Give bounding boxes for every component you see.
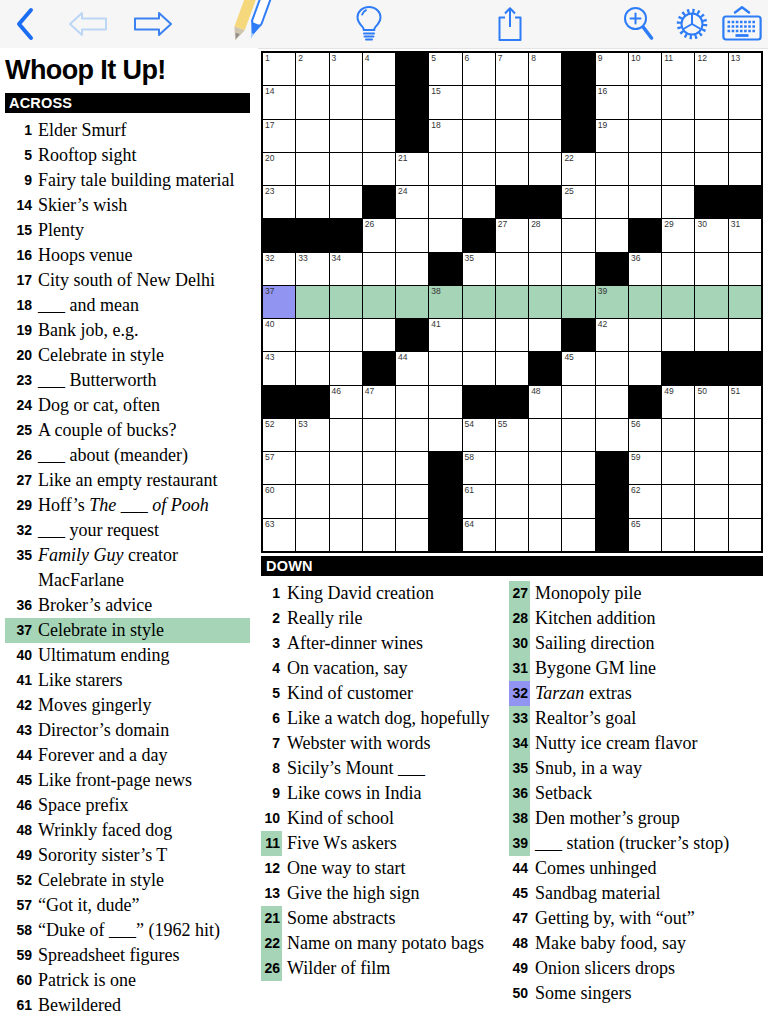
clue-number: 49 (509, 956, 530, 981)
clue-down-30[interactable]: 30Sailing direction (509, 631, 763, 656)
clue-down-4[interactable]: 4On vacation, say (261, 656, 509, 681)
clue-across-52[interactable]: 52Celebrate in style (5, 868, 250, 893)
cell-r7c10[interactable] (562, 253, 594, 285)
cell-r13c5[interactable] (396, 452, 428, 484)
clue-down-12[interactable]: 12One way to start (261, 856, 509, 881)
clue-down-1[interactable]: 1King David creation (261, 581, 509, 606)
cell-r15c12[interactable]: 65 (629, 519, 661, 551)
cell-r7c4[interactable] (363, 253, 395, 285)
cell-r2c2[interactable] (296, 86, 328, 118)
cell-r1c9[interactable]: 8 (529, 53, 561, 85)
share-button[interactable] (494, 0, 526, 48)
clue-down-38[interactable]: 38Den mother’s group (509, 806, 763, 831)
cell-r3c11[interactable]: 19 (596, 120, 628, 152)
clue-text: Snub, in a way (535, 756, 763, 781)
cell-r15c5[interactable] (396, 519, 428, 551)
cell-r9c1[interactable]: 40 (263, 319, 295, 351)
cell-r1c3[interactable]: 3 (330, 53, 362, 85)
cell-r8c7[interactable] (463, 286, 495, 318)
cell-number: 21 (398, 154, 407, 163)
cell-r7c8[interactable] (496, 253, 528, 285)
zoom-button[interactable] (620, 0, 658, 48)
clue-text: Sailing direction (535, 631, 763, 656)
cell-r10c1[interactable]: 43 (263, 352, 295, 384)
clue-down-10[interactable]: 10Kind of school (261, 806, 509, 831)
cell-r8c11[interactable]: 39 (596, 286, 628, 318)
cell-r2c13[interactable] (662, 86, 694, 118)
cell-r12c1[interactable]: 52 (263, 419, 295, 451)
clue-number: 27 (5, 468, 32, 493)
cell-r7c7[interactable]: 35 (463, 253, 495, 285)
clue-across-20[interactable]: 20Celebrate in style (5, 343, 250, 368)
cell-r7c9[interactable] (529, 253, 561, 285)
clue-text: Like cows in India (287, 781, 509, 806)
cell-r4c8[interactable] (496, 153, 528, 185)
cell-r10c11[interactable] (596, 352, 628, 384)
cell-r4c12[interactable] (629, 153, 661, 185)
cell-r13c13[interactable] (662, 452, 694, 484)
cell-r6c13[interactable]: 29 (662, 219, 694, 251)
cell-r11c13[interactable]: 49 (662, 386, 694, 418)
cell-number: 31 (731, 220, 740, 229)
cell-r12c7[interactable]: 54 (463, 419, 495, 451)
cell-r11c10[interactable] (562, 386, 594, 418)
cell-r3c1[interactable]: 17 (263, 120, 295, 152)
clue-text: Sandbag material (535, 881, 763, 906)
cell-r4c13[interactable] (662, 153, 694, 185)
clue-across-1[interactable]: 1Elder Smurf (5, 118, 250, 143)
clue-down-48[interactable]: 48Make baby food, say (509, 931, 763, 956)
clue-down-11[interactable]: 11Five Ws askers (261, 831, 509, 856)
cell-r11c4[interactable]: 47 (363, 386, 395, 418)
cell-r13c10[interactable] (562, 452, 594, 484)
cell-r1c4[interactable]: 4 (363, 53, 395, 85)
cell-r9c14[interactable] (695, 319, 727, 351)
clue-text: Den mother’s group (535, 806, 763, 831)
cell-r4c1[interactable]: 20 (263, 153, 295, 185)
cell-r15c8[interactable] (496, 519, 528, 551)
clue-down-31[interactable]: 31Bygone GM line (509, 656, 763, 681)
cell-r3c13[interactable] (662, 120, 694, 152)
cell-r7c15[interactable] (729, 253, 761, 285)
cell-r3c9[interactable] (529, 120, 561, 152)
cell-r6c9[interactable]: 28 (529, 219, 561, 251)
cell-r10c3[interactable] (330, 352, 362, 384)
cell-r13c4[interactable] (363, 452, 395, 484)
cell-number: 57 (265, 453, 274, 462)
cell-r9c7[interactable] (463, 319, 495, 351)
cell-r11c15[interactable]: 51 (729, 386, 761, 418)
cell-r2c6[interactable]: 15 (429, 86, 461, 118)
cell-r3c14[interactable] (695, 120, 727, 152)
clue-across-58[interactable]: 58“Duke of ___” (1962 hit) (5, 918, 250, 943)
cell-r9c11[interactable]: 42 (596, 319, 628, 351)
cell-r2c8[interactable] (496, 86, 528, 118)
cell-r11c6[interactable] (429, 386, 461, 418)
clue-number: 12 (261, 856, 282, 881)
cell-r4c10[interactable]: 22 (562, 153, 594, 185)
cell-r12c4[interactable] (363, 419, 395, 451)
clue-across-25[interactable]: 25A couple of bucks? (5, 418, 250, 443)
cell-r13c9[interactable] (529, 452, 561, 484)
clue-across-48[interactable]: 48Wrinkly faced dog (5, 818, 250, 843)
pencil-pair-icon (227, 0, 273, 47)
cell-r13c2[interactable] (296, 452, 328, 484)
cell-r15c7[interactable]: 64 (463, 519, 495, 551)
cell-r12c5[interactable] (396, 419, 428, 451)
cell-r4c3[interactable] (330, 153, 362, 185)
clue-across-57[interactable]: 57“Got it, dude” (5, 893, 250, 918)
cell-r10c7[interactable] (463, 352, 495, 384)
clue-down-13[interactable]: 13Give the high sign (261, 881, 509, 906)
black-square (629, 386, 661, 418)
cell-r4c2[interactable] (296, 153, 328, 185)
cell-r14c10[interactable] (562, 485, 594, 517)
cell-r15c10[interactable] (562, 519, 594, 551)
cell-r5c6[interactable] (429, 186, 461, 218)
cell-r10c8[interactable] (496, 352, 528, 384)
cell-r13c14[interactable] (695, 452, 727, 484)
cell-r14c7[interactable]: 61 (463, 485, 495, 517)
clue-number: 26 (261, 956, 282, 981)
cell-r8c8[interactable] (496, 286, 528, 318)
clue-across-42[interactable]: 42Moves gingerly (5, 693, 250, 718)
black-square (695, 186, 727, 218)
clue-across-41[interactable]: 41Like starers (5, 668, 250, 693)
cell-r8c14[interactable] (695, 286, 727, 318)
cell-r14c12[interactable]: 62 (629, 485, 661, 517)
black-square (562, 53, 594, 85)
cell-r8c15[interactable] (729, 286, 761, 318)
cell-r5c5[interactable]: 24 (396, 186, 428, 218)
cell-r15c4[interactable] (363, 519, 395, 551)
cell-r2c14[interactable] (695, 86, 727, 118)
cell-r6c10[interactable] (562, 219, 594, 251)
cell-r11c11[interactable] (596, 386, 628, 418)
cell-r4c5[interactable]: 21 (396, 153, 428, 185)
cell-r2c11[interactable]: 16 (596, 86, 628, 118)
cell-r5c11[interactable] (596, 186, 628, 218)
clue-down-32[interactable]: 32Tarzan extras (509, 681, 763, 706)
cell-r5c1[interactable]: 23 (263, 186, 295, 218)
cell-r7c13[interactable] (662, 253, 694, 285)
clue-down-36[interactable]: 36Setback (509, 781, 763, 806)
cell-r8c4[interactable] (363, 286, 395, 318)
clue-across-60[interactable]: 60Patrick is one (5, 968, 250, 993)
clue-across-15[interactable]: 15Plenty (5, 218, 250, 243)
cell-r8c3[interactable] (330, 286, 362, 318)
cell-r1c12[interactable]: 10 (629, 53, 661, 85)
clue-number: 58 (5, 918, 32, 943)
clue-across-43[interactable]: 43Director’s domain (5, 718, 250, 743)
clue-across-19[interactable]: 19Bank job, e.g. (5, 318, 250, 343)
cell-r3c12[interactable] (629, 120, 661, 152)
clue-across-59[interactable]: 59Spreadsheet figures (5, 943, 250, 968)
cell-r11c9[interactable]: 48 (529, 386, 561, 418)
redo-button[interactable] (131, 0, 175, 48)
cell-r4c7[interactable] (463, 153, 495, 185)
cell-r14c3[interactable] (330, 485, 362, 517)
clue-down-9[interactable]: 9Like cows in India (261, 781, 509, 806)
cell-r4c15[interactable] (729, 153, 761, 185)
clue-down-33[interactable]: 33Realtor’s goal (509, 706, 763, 731)
clue-across-24[interactable]: 24Dog or cat, often (5, 393, 250, 418)
cell-r8c10[interactable] (562, 286, 594, 318)
cell-r2c15[interactable] (729, 86, 761, 118)
cell-r1c14[interactable]: 12 (695, 53, 727, 85)
cell-r7c14[interactable] (695, 253, 727, 285)
cell-r3c6[interactable]: 18 (429, 120, 461, 152)
keyboard-button[interactable] (720, 0, 764, 48)
cell-r14c14[interactable] (695, 485, 727, 517)
hint-button[interactable] (352, 0, 386, 48)
cell-r12c13[interactable] (662, 419, 694, 451)
cell-r15c3[interactable] (330, 519, 362, 551)
clue-across-49[interactable]: 49Sorority sister’s T (5, 843, 250, 868)
cell-r14c2[interactable] (296, 485, 328, 517)
cell-r1c2[interactable]: 2 (296, 53, 328, 85)
black-square (529, 186, 561, 218)
clue-across-26[interactable]: 26___ about (meander) (5, 443, 250, 468)
cell-r12c11[interactable] (596, 419, 628, 451)
cell-r13c1[interactable]: 57 (263, 452, 295, 484)
cell-r9c13[interactable] (662, 319, 694, 351)
cell-r7c3[interactable]: 34 (330, 253, 362, 285)
cell-r12c10[interactable] (562, 419, 594, 451)
clue-across-5[interactable]: 5Rooftop sight (5, 143, 250, 168)
clue-across-40[interactable]: 40Ultimatum ending (5, 643, 250, 668)
cell-r5c12[interactable] (629, 186, 661, 218)
clue-number: 61 (5, 993, 32, 1018)
cell-r6c6[interactable] (429, 219, 461, 251)
cell-r1c1[interactable]: 1 (263, 53, 295, 85)
undo-button[interactable] (66, 0, 110, 48)
cell-r12c14[interactable] (695, 419, 727, 451)
cell-r4c6[interactable] (429, 153, 461, 185)
clue-across-17[interactable]: 17City south of New Delhi (5, 268, 250, 293)
clue-number: 42 (5, 693, 32, 718)
cell-r2c9[interactable] (529, 86, 561, 118)
clue-text: Five Ws askers (287, 831, 509, 856)
clue-down-34[interactable]: 34Nutty ice cream flavor (509, 731, 763, 756)
clue-across-36[interactable]: 36Broker’s advice (5, 593, 250, 618)
cell-r12c3[interactable] (330, 419, 362, 451)
cell-r1c6[interactable]: 5 (429, 53, 461, 85)
cell-r12c2[interactable]: 53 (296, 419, 328, 451)
cell-r15c13[interactable] (662, 519, 694, 551)
clue-down-47[interactable]: 47Getting by, with “out” (509, 906, 763, 931)
cell-r12c15[interactable] (729, 419, 761, 451)
clue-down-35[interactable]: 35Snub, in a way (509, 756, 763, 781)
cell-r1c15[interactable]: 13 (729, 53, 761, 85)
clue-across-46[interactable]: 46Space prefix (5, 793, 250, 818)
cell-r9c15[interactable] (729, 319, 761, 351)
clue-down-28[interactable]: 28Kitchen addition (509, 606, 763, 631)
cell-r1c7[interactable]: 6 (463, 53, 495, 85)
cell-r3c8[interactable] (496, 120, 528, 152)
cell-r15c15[interactable] (729, 519, 761, 551)
cell-r7c12[interactable]: 36 (629, 253, 661, 285)
back-button[interactable] (10, 0, 40, 48)
cell-r14c9[interactable] (529, 485, 561, 517)
clue-across-29[interactable]: 29Hoff’s The ___ of Pooh (5, 493, 250, 518)
cell-r1c8[interactable]: 7 (496, 53, 528, 85)
cell-r3c7[interactable] (463, 120, 495, 152)
cell-r2c3[interactable] (330, 86, 362, 118)
clue-across-18[interactable]: 18___ and mean (5, 293, 250, 318)
cell-r11c14[interactable]: 50 (695, 386, 727, 418)
black-square (429, 485, 461, 517)
cell-r9c2[interactable] (296, 319, 328, 351)
cell-r11c5[interactable] (396, 386, 428, 418)
cell-r10c2[interactable] (296, 352, 328, 384)
clue-number: 34 (509, 731, 530, 756)
settings-button[interactable] (671, 0, 713, 48)
cell-r10c5[interactable]: 44 (396, 352, 428, 384)
clue-down-2[interactable]: 2Really rile (261, 606, 509, 631)
cell-r2c4[interactable] (363, 86, 395, 118)
cell-r9c4[interactable] (363, 319, 395, 351)
cell-r9c3[interactable] (330, 319, 362, 351)
cell-r10c10[interactable]: 45 (562, 352, 594, 384)
cell-r4c4[interactable] (363, 153, 395, 185)
cell-r14c15[interactable] (729, 485, 761, 517)
clue-across-16[interactable]: 16Hoops venue (5, 243, 250, 268)
cell-r2c7[interactable] (463, 86, 495, 118)
pencil-button[interactable] (226, 0, 274, 48)
cell-r14c4[interactable] (363, 485, 395, 517)
clue-down-49[interactable]: 49Onion slicers drops (509, 956, 763, 981)
clue-down-27[interactable]: 27Monopoly pile (509, 581, 763, 606)
cell-number: 19 (598, 121, 607, 130)
clue-across-32[interactable]: 32___ your request (5, 518, 250, 543)
cell-r6c11[interactable] (596, 219, 628, 251)
cell-r9c8[interactable] (496, 319, 528, 351)
cell-r2c1[interactable]: 14 (263, 86, 295, 118)
clue-down-5[interactable]: 5Kind of customer (261, 681, 509, 706)
clue-text: Forever and a day (38, 743, 250, 768)
clue-across-27[interactable]: 27Like an empty restaurant (5, 468, 250, 493)
clue-down-3[interactable]: 3After-dinner wines (261, 631, 509, 656)
cell-r13c3[interactable] (330, 452, 362, 484)
cell-r5c13[interactable] (662, 186, 694, 218)
cell-r14c1[interactable]: 60 (263, 485, 295, 517)
cell-r3c3[interactable] (330, 120, 362, 152)
clue-down-7[interactable]: 7Webster with words (261, 731, 509, 756)
cell-r7c2[interactable]: 33 (296, 253, 328, 285)
cell-r1c11[interactable]: 9 (596, 53, 628, 85)
clue-down-21[interactable]: 21Some abstracts (261, 906, 509, 931)
cell-r13c15[interactable] (729, 452, 761, 484)
cell-r1c13[interactable]: 11 (662, 53, 694, 85)
cell-r8c12[interactable] (629, 286, 661, 318)
cell-r14c8[interactable] (496, 485, 528, 517)
black-square (396, 53, 428, 85)
cell-r15c14[interactable] (695, 519, 727, 551)
clue-text: Setback (535, 781, 763, 806)
cell-r5c7[interactable] (463, 186, 495, 218)
cell-r8c1[interactable]: 37 (263, 286, 295, 318)
clue-text: City south of New Delhi (38, 268, 250, 293)
cell-r12c8[interactable]: 55 (496, 419, 528, 451)
cell-r6c15[interactable]: 31 (729, 219, 761, 251)
cell-r8c2[interactable] (296, 286, 328, 318)
cell-r7c1[interactable]: 32 (263, 253, 295, 285)
clue-down-26[interactable]: 26Wilder of film (261, 956, 509, 981)
cell-number: 14 (265, 87, 274, 96)
cell-r6c8[interactable]: 27 (496, 219, 528, 251)
cell-r3c15[interactable] (729, 120, 761, 152)
cell-r4c14[interactable] (695, 153, 727, 185)
cell-r8c13[interactable] (662, 286, 694, 318)
clue-across-37[interactable]: 37Celebrate in style (5, 618, 250, 643)
cell-r3c4[interactable] (363, 120, 395, 152)
cell-r12c9[interactable] (529, 419, 561, 451)
cell-number: 48 (531, 387, 540, 396)
clue-down-6[interactable]: 6Like a watch dog, hopefully (261, 706, 509, 731)
clue-across-9[interactable]: 9Fairy tale building material (5, 168, 250, 193)
cell-r6c5[interactable] (396, 219, 428, 251)
cell-r7c5[interactable] (396, 253, 428, 285)
cell-r13c7[interactable]: 58 (463, 452, 495, 484)
down-clue-list-left: 1King David creation2Really rile3After-d… (261, 581, 509, 1006)
cell-r12c12[interactable]: 56 (629, 419, 661, 451)
cell-r14c5[interactable] (396, 485, 428, 517)
cell-r15c2[interactable] (296, 519, 328, 551)
cell-r13c8[interactable] (496, 452, 528, 484)
cell-r13c12[interactable]: 59 (629, 452, 661, 484)
cell-r9c12[interactable] (629, 319, 661, 351)
clue-down-39[interactable]: 39___ station (trucker’s stop) (509, 831, 763, 856)
clue-across-35[interactable]: 35Family Guy creator MacFarlane (5, 543, 250, 593)
clue-down-45[interactable]: 45Sandbag material (509, 881, 763, 906)
clue-down-8[interactable]: 8Sicily’s Mount ___ (261, 756, 509, 781)
cell-r9c9[interactable] (529, 319, 561, 351)
cell-r11c3[interactable]: 46 (330, 386, 362, 418)
cell-r5c2[interactable] (296, 186, 328, 218)
clue-down-22[interactable]: 22Name on many potato bags (261, 931, 509, 956)
clue-text: On vacation, say (287, 656, 509, 681)
cell-r9c6[interactable]: 41 (429, 319, 461, 351)
cell-r10c6[interactable] (429, 352, 461, 384)
cell-r8c6[interactable]: 38 (429, 286, 461, 318)
cell-r15c1[interactable]: 63 (263, 519, 295, 551)
clue-across-14[interactable]: 14Skier’s wish (5, 193, 250, 218)
clue-down-50[interactable]: 50Some singers (509, 981, 763, 1006)
cell-r6c14[interactable]: 30 (695, 219, 727, 251)
cell-r8c5[interactable] (396, 286, 428, 318)
cell-r10c12[interactable] (629, 352, 661, 384)
clue-down-44[interactable]: 44Comes unhinged (509, 856, 763, 881)
cell-number: 2 (298, 54, 303, 63)
clue-across-45[interactable]: 45Like front-page news (5, 768, 250, 793)
cell-r5c10[interactable]: 25 (562, 186, 594, 218)
cell-r8c9[interactable] (529, 286, 561, 318)
cell-r5c3[interactable] (330, 186, 362, 218)
clue-across-61[interactable]: 61Bewildered (5, 993, 250, 1018)
cell-r12c6[interactable] (429, 419, 461, 451)
clue-across-44[interactable]: 44Forever and a day (5, 743, 250, 768)
cell-r14c13[interactable] (662, 485, 694, 517)
cell-r4c9[interactable] (529, 153, 561, 185)
cell-number: 49 (664, 387, 673, 396)
cell-r3c2[interactable] (296, 120, 328, 152)
cell-r2c12[interactable] (629, 86, 661, 118)
cell-r15c9[interactable] (529, 519, 561, 551)
clue-across-23[interactable]: 23___ Butterworth (5, 368, 250, 393)
cell-r4c11[interactable] (596, 153, 628, 185)
cell-r6c4[interactable]: 26 (363, 219, 395, 251)
